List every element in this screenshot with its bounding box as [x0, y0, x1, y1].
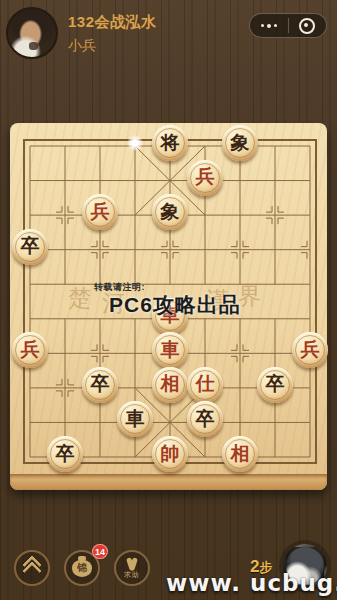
- board-bevel-edge: [10, 474, 327, 490]
- piece-black-象[interactable]: 象: [222, 125, 258, 161]
- piece-char: 卒: [21, 236, 40, 255]
- piece-char: 象: [161, 202, 180, 221]
- piece-char: 帥: [161, 444, 180, 463]
- piece-black-卒[interactable]: 卒: [82, 367, 118, 403]
- ask-help-button[interactable]: 求助: [114, 550, 150, 586]
- piece-red-兵[interactable]: 兵: [187, 160, 223, 196]
- river-text: 楚: [68, 283, 91, 314]
- piece-black-卒[interactable]: 卒: [12, 229, 48, 265]
- piece-char: 卒: [266, 374, 285, 393]
- piece-black-卒[interactable]: 卒: [257, 367, 293, 403]
- hint-count-badge: 14: [92, 544, 108, 559]
- more-button[interactable]: [250, 14, 288, 37]
- piece-char: 仕: [196, 374, 215, 393]
- piece-red-相[interactable]: 相: [222, 436, 258, 472]
- record-circle-icon: [299, 18, 315, 34]
- piece-red-仕[interactable]: 仕: [187, 367, 223, 403]
- player-avatar[interactable]: [6, 7, 58, 59]
- piece-char: 卒: [56, 444, 75, 463]
- xiangqi-board[interactable]: 转载请注明: PC6攻略出品 楚河漢界将象兵兵象卒車兵車兵卒相仕卒車卒卒帥相: [10, 123, 327, 490]
- piece-char: 兵: [91, 202, 110, 221]
- miniprogram-capsule: [249, 13, 327, 38]
- piece-black-象[interactable]: 象: [152, 194, 188, 230]
- piece-char: 兵: [301, 340, 320, 359]
- money-bag-icon: 锦: [72, 560, 92, 577]
- level-title: 132会战泓水: [68, 13, 157, 32]
- piece-red-兵[interactable]: 兵: [82, 194, 118, 230]
- expand-button[interactable]: [14, 550, 50, 586]
- piece-char: 将: [161, 133, 180, 152]
- piece-char: 兵: [21, 340, 40, 359]
- watermark-pc6: PC6攻略出品: [109, 291, 241, 319]
- piece-red-帥[interactable]: 帥: [152, 436, 188, 472]
- site-watermark: www. ucbug. cc: [166, 570, 337, 596]
- app-screen: 132会战泓水 小兵 转载请注明: PC6攻略出品 楚河漢界将象兵兵象卒車兵車兵…: [0, 0, 337, 600]
- piece-char: 卒: [196, 409, 215, 428]
- piece-char: 相: [231, 444, 250, 463]
- help-label: 求助: [124, 570, 140, 580]
- river-text: 界: [238, 281, 261, 312]
- piece-char: 車: [126, 409, 145, 428]
- piece-char: 兵: [196, 167, 215, 186]
- piece-char: 相: [161, 374, 180, 393]
- piece-red-相[interactable]: 相: [152, 367, 188, 403]
- more-dots-icon: [261, 24, 277, 28]
- piece-black-卒[interactable]: 卒: [47, 436, 83, 472]
- piece-char: 卒: [91, 374, 110, 393]
- close-record-button[interactable]: [289, 14, 327, 37]
- piece-char: 象: [231, 133, 250, 152]
- move-highlight-dot: [127, 135, 143, 151]
- piece-char: 車: [161, 340, 180, 359]
- level-subtitle: 小兵: [68, 37, 96, 55]
- piece-black-将[interactable]: 将: [152, 125, 188, 161]
